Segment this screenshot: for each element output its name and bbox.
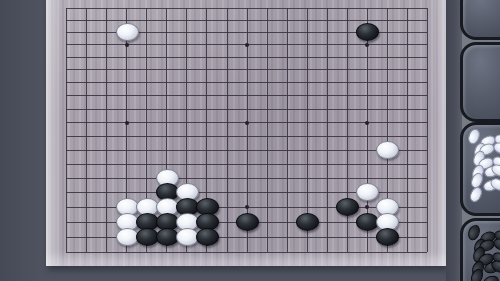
star-point — [245, 43, 249, 47]
bowl-lid-top — [460, 0, 500, 40]
grid-line-horizontal — [66, 252, 427, 253]
grid-line-vertical — [227, 8, 228, 252]
grid-line-vertical — [407, 8, 408, 252]
star-point — [245, 121, 249, 125]
grid-line-vertical — [427, 8, 428, 252]
grid-line-vertical — [66, 8, 67, 252]
black-stone — [296, 213, 319, 231]
grid-line-vertical — [267, 8, 268, 252]
white-stone-heap — [465, 129, 500, 210]
black-stone — [236, 213, 259, 231]
grid-line-vertical — [287, 8, 288, 252]
star-point — [125, 43, 129, 47]
star-point — [125, 121, 129, 125]
grid-line-vertical — [327, 8, 328, 252]
star-point — [365, 121, 369, 125]
black-stone-heap — [465, 225, 500, 281]
white-bowl-stone — [468, 185, 485, 204]
go-scene — [0, 0, 500, 281]
black-stone — [196, 228, 219, 246]
white-stone — [116, 23, 139, 41]
black-bowl-stone — [482, 274, 500, 281]
grid-line-vertical — [86, 8, 87, 252]
bowl-lid-bottom — [460, 42, 500, 122]
black-stone-bowl — [460, 218, 500, 281]
grid-line-vertical — [106, 8, 107, 252]
white-stone-bowl — [460, 122, 500, 216]
white-stone — [376, 141, 399, 159]
